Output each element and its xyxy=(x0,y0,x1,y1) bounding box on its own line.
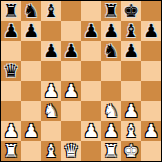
square-b3[interactable] xyxy=(21,101,41,121)
piece-black-rook[interactable]: ♜ xyxy=(3,1,19,21)
square-a8[interactable]: ♜ xyxy=(1,1,21,21)
square-d8[interactable] xyxy=(61,1,81,21)
piece-black-pawn[interactable]: ♟ xyxy=(143,21,159,41)
square-b5[interactable] xyxy=(21,61,41,81)
square-d3[interactable] xyxy=(61,101,81,121)
square-b6[interactable] xyxy=(21,41,41,61)
square-h8[interactable] xyxy=(141,1,161,21)
square-a5[interactable]: ♛ xyxy=(1,61,21,81)
square-c2[interactable] xyxy=(41,121,61,141)
piece-black-knight[interactable]: ♞ xyxy=(23,1,39,21)
square-f3[interactable]: ♞ xyxy=(101,101,121,121)
square-b8[interactable]: ♞ xyxy=(21,1,41,21)
square-c7[interactable] xyxy=(41,21,61,41)
square-f6[interactable]: ♞ xyxy=(101,41,121,61)
piece-white-knight[interactable]: ♞ xyxy=(103,101,119,121)
piece-white-rook[interactable]: ♜ xyxy=(103,141,119,161)
piece-white-pawn[interactable]: ♟ xyxy=(103,121,119,141)
square-f5[interactable] xyxy=(101,61,121,81)
piece-black-bishop[interactable]: ♝ xyxy=(43,1,59,21)
square-g1[interactable]: ♚ xyxy=(121,141,141,161)
square-a4[interactable] xyxy=(1,81,21,101)
piece-black-bishop[interactable]: ♝ xyxy=(123,21,139,41)
square-f4[interactable] xyxy=(101,81,121,101)
piece-white-pawn[interactable]: ♟ xyxy=(83,121,99,141)
square-d7[interactable] xyxy=(61,21,81,41)
square-g5[interactable] xyxy=(121,61,141,81)
square-h2[interactable]: ♟ xyxy=(141,121,161,141)
square-d4[interactable]: ♟ xyxy=(61,81,81,101)
square-f7[interactable]: ♟ xyxy=(101,21,121,41)
piece-black-rook[interactable]: ♜ xyxy=(103,1,119,21)
square-f2[interactable]: ♟ xyxy=(101,121,121,141)
square-h3[interactable] xyxy=(141,101,161,121)
square-g6[interactable]: ♟ xyxy=(121,41,141,61)
square-c3[interactable]: ♞ xyxy=(41,101,61,121)
piece-white-pawn[interactable]: ♟ xyxy=(23,121,39,141)
square-b4[interactable] xyxy=(21,81,41,101)
square-e7[interactable]: ♟ xyxy=(81,21,101,41)
square-f8[interactable]: ♜ xyxy=(101,1,121,21)
square-h1[interactable] xyxy=(141,141,161,161)
square-a1[interactable]: ♜ xyxy=(1,141,21,161)
square-e4[interactable] xyxy=(81,81,101,101)
piece-white-bishop[interactable]: ♝ xyxy=(123,121,139,141)
square-a2[interactable]: ♟ xyxy=(1,121,21,141)
square-h6[interactable] xyxy=(141,41,161,61)
piece-white-bishop[interactable]: ♝ xyxy=(43,141,59,161)
piece-white-rook[interactable]: ♜ xyxy=(3,141,19,161)
piece-white-pawn[interactable]: ♟ xyxy=(143,121,159,141)
square-e2[interactable]: ♟ xyxy=(81,121,101,141)
square-e1[interactable] xyxy=(81,141,101,161)
piece-black-king[interactable]: ♚ xyxy=(123,1,139,21)
square-g7[interactable]: ♝ xyxy=(121,21,141,41)
square-f1[interactable]: ♜ xyxy=(101,141,121,161)
chess-board: ♜♞♝♜♚♟♟♟♟♝♟♟♟♞♟♛♟♟♞♞♟♟♟♟♟♝♟♜♝♛♜♚ xyxy=(1,1,161,161)
square-g3[interactable]: ♟ xyxy=(121,101,141,121)
piece-white-knight[interactable]: ♞ xyxy=(43,101,59,121)
piece-black-pawn[interactable]: ♟ xyxy=(43,41,59,61)
piece-white-queen[interactable]: ♛ xyxy=(63,141,79,161)
piece-white-pawn[interactable]: ♟ xyxy=(63,81,79,101)
square-d1[interactable]: ♛ xyxy=(61,141,81,161)
square-b7[interactable]: ♟ xyxy=(21,21,41,41)
square-g2[interactable]: ♝ xyxy=(121,121,141,141)
piece-black-pawn[interactable]: ♟ xyxy=(63,41,79,61)
square-d2[interactable] xyxy=(61,121,81,141)
piece-black-pawn[interactable]: ♟ xyxy=(103,21,119,41)
piece-white-pawn[interactable]: ♟ xyxy=(43,81,59,101)
square-e6[interactable] xyxy=(81,41,101,61)
square-e5[interactable] xyxy=(81,61,101,81)
square-c8[interactable]: ♝ xyxy=(41,1,61,21)
square-e8[interactable] xyxy=(81,1,101,21)
square-d6[interactable]: ♟ xyxy=(61,41,81,61)
chess-board-frame: ♜♞♝♜♚♟♟♟♟♝♟♟♟♞♟♛♟♟♞♞♟♟♟♟♟♝♟♜♝♛♜♚ xyxy=(0,0,162,162)
square-h7[interactable]: ♟ xyxy=(141,21,161,41)
piece-black-pawn[interactable]: ♟ xyxy=(83,21,99,41)
square-c5[interactable] xyxy=(41,61,61,81)
square-b2[interactable]: ♟ xyxy=(21,121,41,141)
piece-black-pawn[interactable]: ♟ xyxy=(3,21,19,41)
square-c4[interactable]: ♟ xyxy=(41,81,61,101)
piece-black-pawn[interactable]: ♟ xyxy=(123,41,139,61)
square-e3[interactable] xyxy=(81,101,101,121)
piece-white-pawn[interactable]: ♟ xyxy=(123,101,139,121)
square-a7[interactable]: ♟ xyxy=(1,21,21,41)
square-a6[interactable] xyxy=(1,41,21,61)
square-g4[interactable] xyxy=(121,81,141,101)
square-d5[interactable] xyxy=(61,61,81,81)
square-g8[interactable]: ♚ xyxy=(121,1,141,21)
square-b1[interactable] xyxy=(21,141,41,161)
square-c1[interactable]: ♝ xyxy=(41,141,61,161)
piece-black-queen[interactable]: ♛ xyxy=(3,61,19,81)
piece-white-king[interactable]: ♚ xyxy=(123,141,139,161)
square-c6[interactable]: ♟ xyxy=(41,41,61,61)
square-h4[interactable] xyxy=(141,81,161,101)
square-a3[interactable] xyxy=(1,101,21,121)
piece-black-pawn[interactable]: ♟ xyxy=(23,21,39,41)
square-h5[interactable] xyxy=(141,61,161,81)
piece-white-pawn[interactable]: ♟ xyxy=(3,121,19,141)
piece-black-knight[interactable]: ♞ xyxy=(103,41,119,61)
